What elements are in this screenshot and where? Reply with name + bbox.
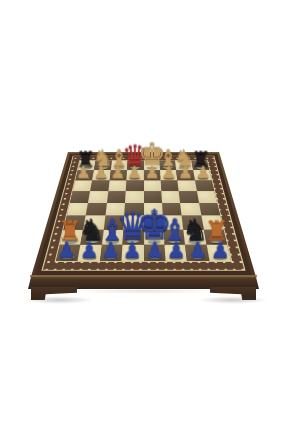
square-a7: ♟ [75,170,94,180]
piece-bP-g7: ♟ [179,163,194,180]
chess-set-photo: ♜♞♝♛♚♝♞♜♟♟♟♟♟♟♟♟♜♞♝♛♚♝♞♜♟♟♟♟♟♟♟♟ [0,0,287,431]
square-g1: ♟ [185,245,209,262]
square-h1: ♟ [206,245,231,262]
square-b6 [90,180,109,191]
piece-wP-a1: ♟ [57,240,76,261]
square-h5 [197,191,218,203]
square-b7: ♟ [92,170,110,180]
square-d6 [126,180,144,191]
board-base-lip [30,275,257,277]
piece-bP-a7: ♟ [76,163,91,180]
piece-bP-h7: ♟ [196,163,211,180]
square-f1: ♟ [164,245,187,262]
shadow-right [198,296,268,304]
shadow-left [24,296,94,304]
square-h7: ♟ [193,170,212,180]
piece-wP-c1: ♟ [101,240,120,261]
square-a1: ♟ [56,245,81,262]
square-h6 [195,180,215,191]
piece-bP-c7: ♟ [110,163,125,180]
square-e1: ♟ [144,245,166,262]
square-a5 [70,191,91,203]
board-inlay-band: ♜♞♝♛♚♝♞♜♟♟♟♟♟♟♟♟♜♞♝♛♚♝♞♜♟♟♟♟♟♟♟♟ [41,156,245,271]
square-c1: ♟ [100,245,123,262]
square-e6 [144,180,162,191]
piece-wP-d1: ♟ [123,240,142,261]
piece-wP-b1: ♟ [79,240,98,261]
square-g5 [179,191,199,203]
chess-board: ♜♞♝♛♚♝♞♜♟♟♟♟♟♟♟♟♜♞♝♛♚♝♞♜♟♟♟♟♟♟♟♟ [31,152,257,278]
square-c7: ♟ [109,170,127,180]
board-outer-edge: ♜♞♝♛♚♝♞♜♟♟♟♟♟♟♟♟♜♞♝♛♚♝♞♜♟♟♟♟♟♟♟♟ [31,152,257,278]
piece-wP-h1: ♟ [211,240,230,261]
square-e7: ♟ [144,170,161,180]
square-b5 [88,191,108,203]
piece-wP-f1: ♟ [167,240,186,261]
piece-bP-e7: ♟ [145,163,160,180]
square-d7: ♟ [126,170,143,180]
piece-bP-f7: ♟ [162,163,177,180]
square-d1: ♟ [122,245,144,262]
square-c5 [107,191,126,203]
square-b1: ♟ [78,245,102,262]
square-f7: ♟ [160,170,178,180]
board-frame: ♜♞♝♛♚♝♞♜♟♟♟♟♟♟♟♟♜♞♝♛♚♝♞♜♟♟♟♟♟♟♟♟ [35,154,251,275]
square-f6 [161,180,179,191]
piece-wP-e1: ♟ [145,240,164,261]
square-a6 [73,180,93,191]
board-squares: ♜♞♝♛♚♝♞♜♟♟♟♟♟♟♟♟♜♞♝♛♚♝♞♜♟♟♟♟♟♟♟♟ [55,160,233,262]
square-g6 [178,180,197,191]
piece-bP-d7: ♟ [128,163,143,180]
piece-bP-b7: ♟ [93,163,108,180]
square-c6 [108,180,126,191]
piece-wP-g1: ♟ [189,240,208,261]
shadow-mid [70,288,220,294]
board-base [28,275,259,289]
square-g7: ♟ [176,170,194,180]
